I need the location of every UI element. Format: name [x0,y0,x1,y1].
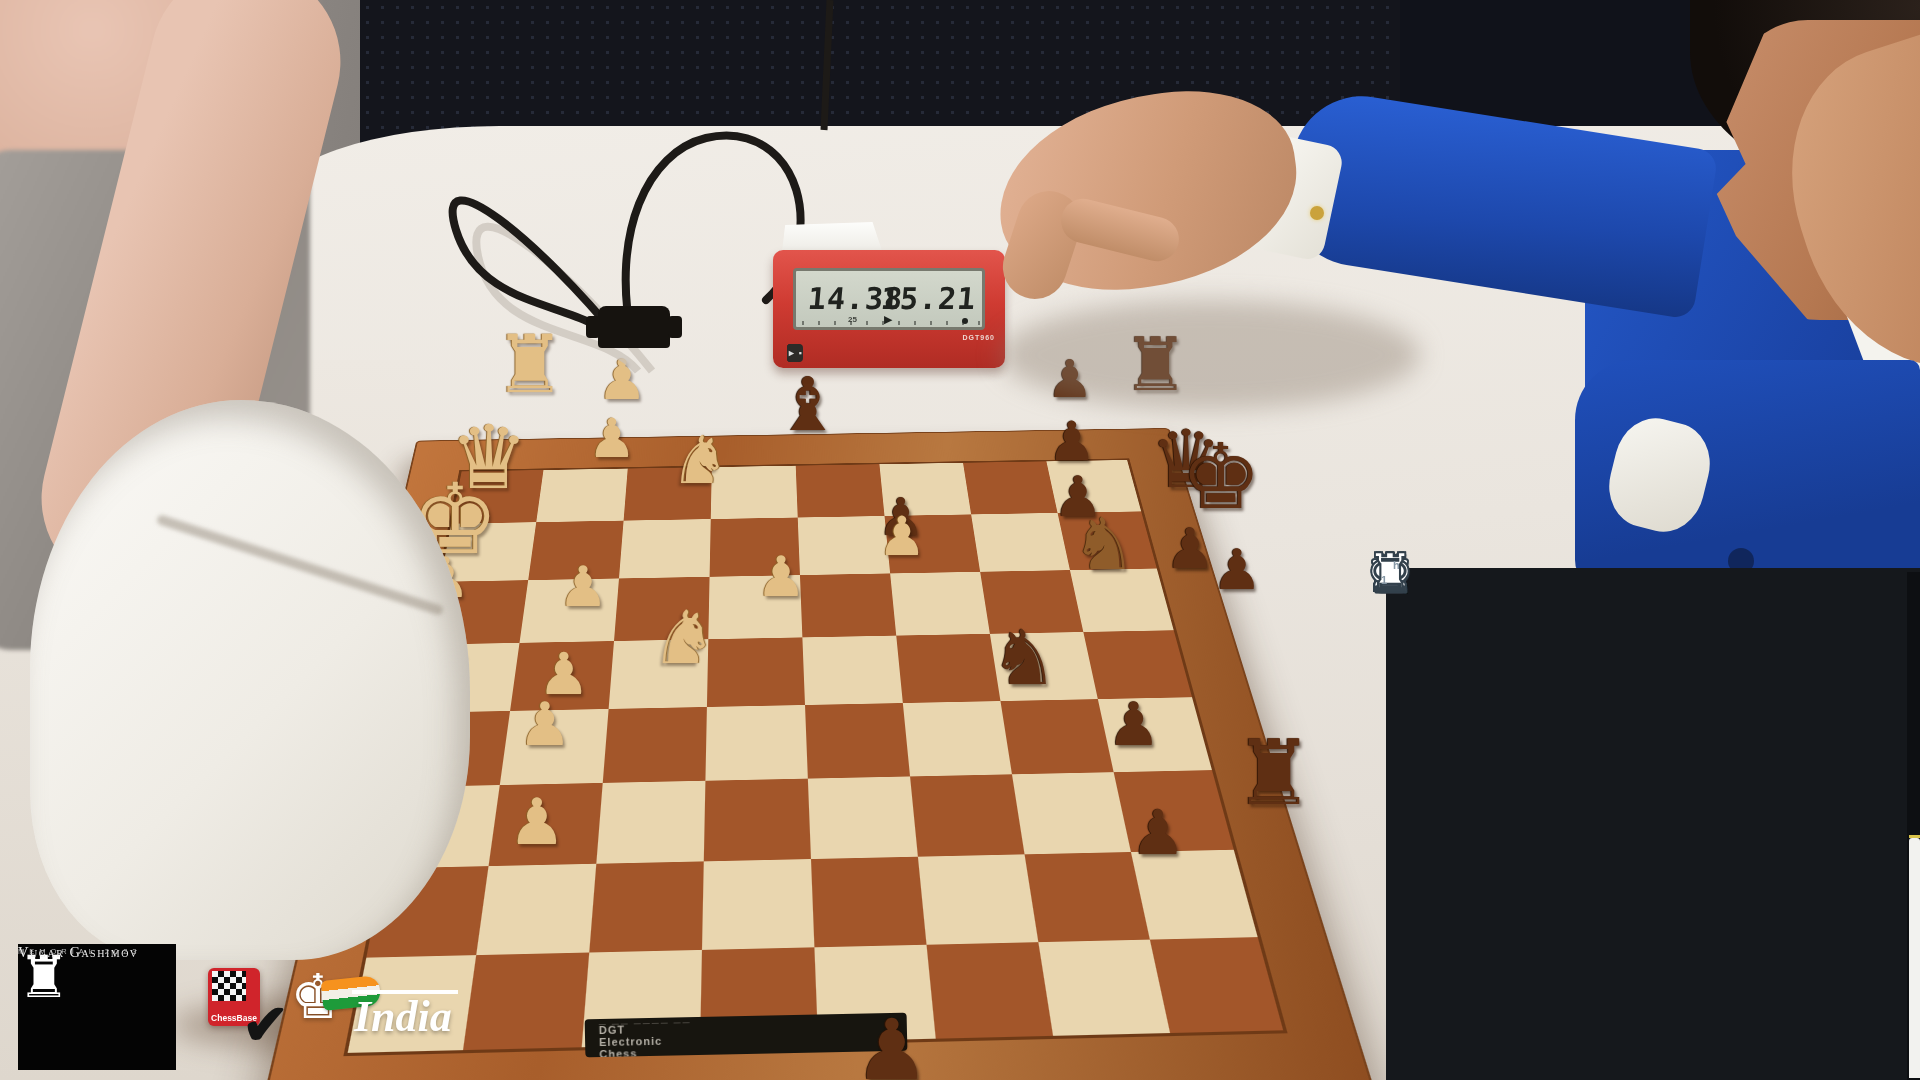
hand-shadow [1000,300,1420,410]
wood-dark-pawn: ♟ [1165,521,1215,577]
wood-light-pawn: ♟ [588,412,636,466]
wood-light-rook: ♜ [494,325,566,405]
wood-dark-knight: ♞ [1072,508,1137,580]
clock-scale-ticks [802,321,982,325]
diagram-board: ♜♝♛♚♜8♟♟♟♞♟♟♟7♞6♟5♝♟♝4♞♞3♟♟♟♟♟♟2♜abc♛d♚e… [1390,572,1906,1080]
wood-light-knight: ♞ [670,428,729,494]
wood-light-pawn: ♟ [508,790,565,854]
clock-brand: DGT960 [963,334,995,341]
wood-dark-pawn: ♟ [1212,542,1262,598]
clock-display: 14.38 15.21 25 ▶ [793,268,985,330]
evaluation-bar [1907,572,1920,1080]
wood-dark-pawn: ♟ [854,1008,929,1080]
clock-button-5: ► ▪ [787,344,802,362]
wood-dark-pawn: ♟ [1107,694,1161,754]
dgt-clock: 14.38 15.21 25 ▶ DGT960 ◄▾− /►❙✚ ▪► ▪ [773,250,1005,368]
india-wordmark: India [352,990,458,1040]
wood-dark-king: ♚ [1181,432,1262,522]
wood-light-pawn: ♟ [558,559,608,615]
diagram-overlay: ♜♝♛♚♜8♟♟♟♞♟♟♟7♞6♟5♝♟♝4♞♞3♟♟♟♟♟♟2♜abc♛d♚e… [1386,568,1920,1080]
wood-dark-pawn: ♟ [1048,415,1096,469]
chessbase-checker-icon [212,971,246,1001]
broadcast-frame: DGT Electronic Chess board CE — —— ———— … [0,0,1920,1080]
wood-light-knight: ♞ [651,600,717,674]
evaluation-bar-divider [1909,835,1920,838]
rank-label-1: 1 [1381,574,1387,586]
clock-buttons: ◄▾− /►❙✚ ▪► ▪ [787,344,991,362]
tournament-subtitle: MEMORIAL 2023 [18,947,142,956]
dgt-cable-connector [598,306,670,348]
wood-light-pawn: ♟ [597,352,647,408]
wood-light-pawn: ♟ [518,694,572,754]
wood-dark-rook: ♜ [1234,728,1315,818]
clock-time-right: 15.21 [879,281,977,316]
file-label-h: h [1393,559,1400,571]
cufflink [1310,206,1324,220]
wood-dark-knight: ♞ [990,620,1058,696]
tournament-logo: ♜ Vugar Gashimov MEMORIAL 2023 [18,944,176,1070]
wood-light-pawn: ♟ [878,510,926,564]
evaluation-bar-white [1909,838,1920,1078]
wood-dark-pawn: ♟ [1130,802,1186,864]
wood-light-pawn: ♟ [756,549,806,605]
dgt-label-text: DGT Electronic Chess board [599,1023,663,1058]
dgt-label-smallprint: — —— ———— —— [599,1018,692,1027]
wood-dark-bishop: ♝ [775,367,841,441]
